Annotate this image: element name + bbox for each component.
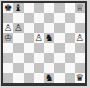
square-c3[interactable] [24, 53, 34, 63]
square-e7[interactable] [44, 13, 54, 23]
square-d1[interactable] [34, 73, 44, 83]
square-c1[interactable] [24, 73, 34, 83]
white-pawn[interactable]: ♙ [4, 23, 13, 32]
square-g3[interactable] [65, 53, 75, 63]
white-pawn[interactable]: ♙ [76, 33, 85, 42]
square-b4[interactable] [13, 43, 23, 53]
square-e5[interactable]: ♞ [44, 33, 54, 43]
square-g5[interactable] [65, 33, 75, 43]
square-a8[interactable]: ♚ [3, 3, 13, 13]
black-knight[interactable]: ♞ [45, 33, 54, 42]
square-e8[interactable] [44, 3, 54, 13]
white-king[interactable]: ♔ [4, 33, 13, 42]
square-g7[interactable] [65, 13, 75, 23]
square-a3[interactable] [3, 53, 13, 63]
black-bishop[interactable]: ♝ [14, 3, 23, 12]
chess-board-frame: ♚♝♕♙♙♔♙♞♙♞♛ [1, 1, 87, 86]
square-b5[interactable] [13, 33, 23, 43]
white-pawn[interactable]: ♙ [14, 23, 23, 32]
square-d7[interactable] [34, 13, 44, 23]
square-h1[interactable]: ♛ [75, 73, 85, 83]
black-king[interactable]: ♚ [4, 3, 13, 12]
square-h7[interactable] [75, 13, 85, 23]
square-a7[interactable] [3, 13, 13, 23]
white-pawn[interactable]: ♙ [35, 33, 44, 42]
square-g8[interactable] [65, 3, 75, 13]
square-f8[interactable] [54, 3, 64, 13]
square-a4[interactable] [3, 43, 13, 53]
square-e2[interactable] [44, 63, 54, 73]
square-b8[interactable]: ♝ [13, 3, 23, 13]
square-b6[interactable]: ♙ [13, 23, 23, 33]
square-g6[interactable] [65, 23, 75, 33]
square-d2[interactable] [34, 63, 44, 73]
square-a5[interactable]: ♔ [3, 33, 13, 43]
square-a2[interactable] [3, 63, 13, 73]
square-f2[interactable] [54, 63, 64, 73]
square-f7[interactable] [54, 13, 64, 23]
square-d8[interactable] [34, 3, 44, 13]
square-b1[interactable] [13, 73, 23, 83]
chess-board: ♚♝♕♙♙♔♙♞♙♞♛ [3, 3, 85, 83]
square-h6[interactable] [75, 23, 85, 33]
square-f4[interactable] [54, 43, 64, 53]
square-f6[interactable] [54, 23, 64, 33]
square-h8[interactable]: ♕ [75, 3, 85, 13]
square-e4[interactable] [44, 43, 54, 53]
square-c4[interactable] [24, 43, 34, 53]
square-a1[interactable] [3, 73, 13, 83]
square-h3[interactable] [75, 53, 85, 63]
square-e3[interactable] [44, 53, 54, 63]
square-c7[interactable] [24, 13, 34, 23]
square-e6[interactable] [44, 23, 54, 33]
square-g2[interactable] [65, 63, 75, 73]
square-d4[interactable] [34, 43, 44, 53]
square-c2[interactable] [24, 63, 34, 73]
square-a6[interactable]: ♙ [3, 23, 13, 33]
black-knight[interactable]: ♞ [45, 73, 54, 82]
square-b2[interactable] [13, 63, 23, 73]
square-b3[interactable] [13, 53, 23, 63]
square-g1[interactable] [65, 73, 75, 83]
black-queen[interactable]: ♛ [76, 73, 85, 82]
square-f1[interactable] [54, 73, 64, 83]
square-h5[interactable]: ♙ [75, 33, 85, 43]
square-d3[interactable] [34, 53, 44, 63]
square-f3[interactable] [54, 53, 64, 63]
square-c5[interactable] [24, 33, 34, 43]
square-c6[interactable] [24, 23, 34, 33]
square-g4[interactable] [65, 43, 75, 53]
white-queen[interactable]: ♕ [76, 3, 85, 12]
square-h2[interactable] [75, 63, 85, 73]
square-f5[interactable] [54, 33, 64, 43]
square-h4[interactable] [75, 43, 85, 53]
square-e1[interactable]: ♞ [44, 73, 54, 83]
square-d5[interactable]: ♙ [34, 33, 44, 43]
square-b7[interactable] [13, 13, 23, 23]
square-c8[interactable] [24, 3, 34, 13]
square-d6[interactable] [34, 23, 44, 33]
